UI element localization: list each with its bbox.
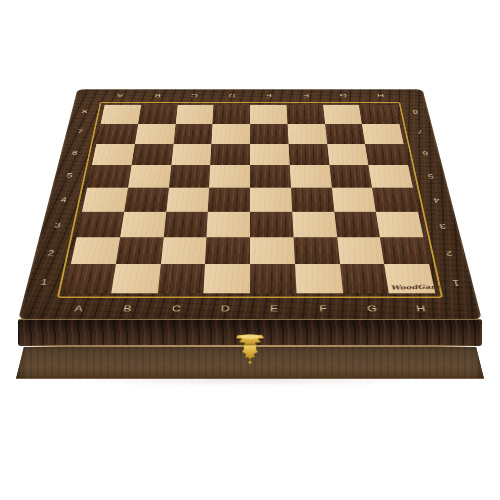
square-b4[interactable] — [124, 188, 169, 212]
rank-label-1: 1 — [26, 267, 62, 297]
square-c3[interactable] — [163, 212, 208, 238]
rank-label-6: 6 — [60, 142, 90, 164]
gold-latch-icon — [228, 328, 272, 368]
square-f8[interactable] — [286, 105, 324, 124]
square-a8[interactable] — [101, 105, 141, 124]
rank-label-6: 6 — [411, 142, 441, 164]
square-e8[interactable] — [250, 105, 287, 124]
square-g6[interactable] — [327, 144, 369, 165]
ground-shadow — [60, 377, 440, 386]
chess-box-product-photo: ABCDEFGH ABCDEFGH 87654321 87654321 Wood… — [0, 0, 500, 500]
file-labels-bottom: ABCDEFGH — [52, 299, 447, 319]
file-label-a: A — [52, 299, 105, 319]
file-label-g: G — [347, 299, 399, 319]
rank-label-5: 5 — [415, 164, 446, 187]
square-b1[interactable] — [111, 264, 160, 293]
file-label-b: B — [138, 90, 177, 101]
file-labels-top: ABCDEFGH — [100, 90, 400, 101]
square-e7[interactable] — [250, 124, 288, 144]
rank-label-8: 8 — [402, 102, 430, 122]
square-b8[interactable] — [138, 105, 177, 124]
file-label-a: A — [100, 90, 139, 101]
rank-label-2: 2 — [33, 239, 68, 267]
square-d8[interactable] — [213, 105, 250, 124]
rank-label-4: 4 — [47, 188, 79, 213]
square-f2[interactable] — [293, 237, 339, 264]
square-a5[interactable] — [87, 165, 131, 188]
square-h8[interactable] — [359, 105, 399, 124]
square-f6[interactable] — [288, 144, 329, 165]
gold-pinstripe-border: WoodGames — [57, 102, 443, 298]
rank-label-8: 8 — [71, 102, 99, 122]
brand-signature: WoodGames — [390, 283, 451, 291]
square-f3[interactable] — [292, 212, 337, 238]
square-g3[interactable] — [334, 212, 380, 238]
square-h7[interactable] — [362, 124, 404, 144]
board-frame: ABCDEFGH ABCDEFGH 87654321 87654321 Wood… — [18, 89, 482, 320]
square-e5[interactable] — [250, 165, 291, 188]
rank-label-5: 5 — [54, 164, 85, 187]
square-c4[interactable] — [166, 188, 209, 212]
rank-label-3: 3 — [426, 212, 459, 239]
chess-board-top: ABCDEFGH ABCDEFGH 87654321 87654321 Wood… — [18, 89, 482, 320]
square-c7[interactable] — [173, 124, 212, 144]
file-label-d: D — [213, 90, 250, 101]
square-e2[interactable] — [250, 237, 295, 264]
square-c6[interactable] — [171, 144, 212, 165]
file-label-e: E — [250, 90, 287, 101]
board-squares: WoodGames — [65, 105, 436, 294]
square-d4[interactable] — [208, 188, 250, 212]
square-h3[interactable] — [376, 212, 423, 238]
square-d2[interactable] — [205, 237, 250, 264]
file-label-c: C — [175, 90, 213, 101]
square-b6[interactable] — [131, 144, 173, 165]
square-g1[interactable] — [340, 264, 389, 293]
square-b5[interactable] — [128, 165, 171, 188]
square-h5[interactable] — [369, 165, 413, 188]
file-label-d: D — [201, 299, 250, 319]
square-e1[interactable] — [250, 264, 296, 293]
square-a4[interactable] — [82, 188, 128, 212]
rank-label-2: 2 — [432, 239, 467, 267]
file-label-g: G — [324, 90, 363, 101]
square-g5[interactable] — [329, 165, 372, 188]
square-f4[interactable] — [291, 188, 334, 212]
square-g7[interactable] — [325, 124, 366, 144]
square-h2[interactable] — [380, 237, 429, 264]
file-label-h: H — [361, 90, 400, 101]
square-b2[interactable] — [116, 237, 164, 264]
file-label-c: C — [151, 299, 202, 319]
square-g8[interactable] — [323, 105, 362, 124]
square-c1[interactable] — [157, 264, 205, 293]
file-label-h: H — [395, 299, 448, 319]
rank-label-7: 7 — [406, 122, 435, 143]
square-d7[interactable] — [212, 124, 250, 144]
square-f7[interactable] — [287, 124, 326, 144]
square-d5[interactable] — [209, 165, 250, 188]
file-label-e: E — [250, 299, 299, 319]
square-c5[interactable] — [169, 165, 211, 188]
file-label-f: F — [287, 90, 325, 101]
square-d3[interactable] — [207, 212, 250, 238]
square-f5[interactable] — [290, 165, 332, 188]
square-g4[interactable] — [331, 188, 376, 212]
rank-label-3: 3 — [41, 212, 74, 239]
square-d1[interactable] — [204, 264, 250, 293]
file-label-b: B — [102, 299, 154, 319]
square-f1[interactable] — [295, 264, 343, 293]
square-c2[interactable] — [160, 237, 206, 264]
rank-label-4: 4 — [421, 188, 453, 213]
square-d6[interactable] — [210, 144, 250, 165]
square-a2[interactable] — [71, 237, 120, 264]
square-h6[interactable] — [365, 144, 408, 165]
square-b7[interactable] — [135, 124, 176, 144]
square-h1[interactable]: WoodGames — [384, 264, 435, 293]
square-h4[interactable] — [372, 188, 418, 212]
square-e3[interactable] — [250, 212, 293, 238]
square-c8[interactable] — [175, 105, 213, 124]
square-a3[interactable] — [77, 212, 124, 238]
file-label-f: F — [298, 299, 349, 319]
square-a6[interactable] — [92, 144, 135, 165]
square-e6[interactable] — [250, 144, 290, 165]
square-b3[interactable] — [120, 212, 166, 238]
square-a1[interactable] — [65, 264, 116, 293]
square-a7[interactable] — [96, 124, 138, 144]
square-e4[interactable] — [250, 188, 292, 212]
square-g2[interactable] — [337, 237, 385, 264]
rank-label-7: 7 — [65, 122, 94, 143]
